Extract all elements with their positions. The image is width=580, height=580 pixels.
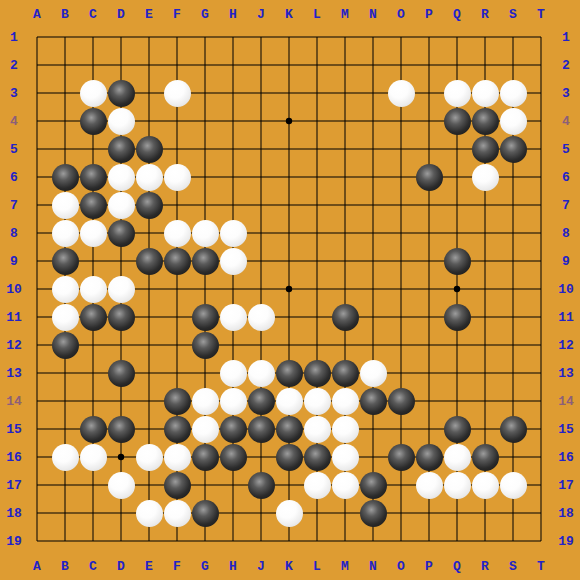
black-stone-F17[interactable] — [164, 472, 191, 499]
black-stone-R16[interactable] — [472, 444, 499, 471]
intersection-D7[interactable] — [107, 191, 135, 219]
intersection-J17[interactable] — [247, 471, 275, 499]
intersection-S10[interactable] — [499, 275, 527, 303]
white-stone-H14[interactable] — [220, 388, 247, 415]
intersection-R10[interactable] — [471, 275, 499, 303]
intersection-F13[interactable] — [163, 359, 191, 387]
intersection-M12[interactable] — [331, 331, 359, 359]
intersection-O19[interactable] — [387, 527, 415, 555]
white-stone-O3[interactable] — [388, 80, 415, 107]
intersection-T11[interactable] — [527, 303, 555, 331]
intersection-D2[interactable] — [107, 51, 135, 79]
intersection-D19[interactable] — [107, 527, 135, 555]
white-stone-N13[interactable] — [360, 360, 387, 387]
intersection-O13[interactable] — [387, 359, 415, 387]
white-stone-G8[interactable] — [192, 220, 219, 247]
intersection-C9[interactable] — [79, 247, 107, 275]
intersection-E12[interactable] — [135, 331, 163, 359]
black-stone-F9[interactable] — [164, 248, 191, 275]
black-stone-M11[interactable] — [332, 304, 359, 331]
black-stone-P6[interactable] — [416, 164, 443, 191]
intersection-L19[interactable] — [303, 527, 331, 555]
intersection-Q1[interactable] — [443, 23, 471, 51]
black-stone-B12[interactable] — [52, 332, 79, 359]
intersection-L18[interactable] — [303, 499, 331, 527]
intersection-S15[interactable] — [499, 415, 527, 443]
intersection-C17[interactable] — [79, 471, 107, 499]
white-stone-J11[interactable] — [248, 304, 275, 331]
intersection-E14[interactable] — [135, 387, 163, 415]
intersection-M10[interactable] — [331, 275, 359, 303]
intersection-A2[interactable] — [23, 51, 51, 79]
intersection-N14[interactable] — [359, 387, 387, 415]
intersection-T15[interactable] — [527, 415, 555, 443]
black-stone-Q4[interactable] — [444, 108, 471, 135]
black-stone-F15[interactable] — [164, 416, 191, 443]
intersection-J4[interactable] — [247, 107, 275, 135]
intersection-R14[interactable] — [471, 387, 499, 415]
intersection-K17[interactable] — [275, 471, 303, 499]
intersection-Q19[interactable] — [443, 527, 471, 555]
intersection-N4[interactable] — [359, 107, 387, 135]
intersection-K19[interactable] — [275, 527, 303, 555]
intersection-D3[interactable] — [107, 79, 135, 107]
intersection-M1[interactable] — [331, 23, 359, 51]
intersection-O12[interactable] — [387, 331, 415, 359]
intersection-F19[interactable] — [163, 527, 191, 555]
intersection-M16[interactable] — [331, 443, 359, 471]
intersection-B9[interactable] — [51, 247, 79, 275]
intersection-E5[interactable] — [135, 135, 163, 163]
black-stone-D15[interactable] — [108, 416, 135, 443]
intersection-L13[interactable] — [303, 359, 331, 387]
intersection-Q17[interactable] — [443, 471, 471, 499]
intersection-D6[interactable] — [107, 163, 135, 191]
intersection-Q8[interactable] — [443, 219, 471, 247]
black-stone-P16[interactable] — [416, 444, 443, 471]
intersection-T9[interactable] — [527, 247, 555, 275]
black-stone-G11[interactable] — [192, 304, 219, 331]
black-stone-L16[interactable] — [304, 444, 331, 471]
white-stone-S17[interactable] — [500, 472, 527, 499]
intersection-B15[interactable] — [51, 415, 79, 443]
white-stone-G14[interactable] — [192, 388, 219, 415]
intersection-P16[interactable] — [415, 443, 443, 471]
intersection-R19[interactable] — [471, 527, 499, 555]
intersection-L7[interactable] — [303, 191, 331, 219]
intersection-B16[interactable] — [51, 443, 79, 471]
intersection-R15[interactable] — [471, 415, 499, 443]
intersection-L16[interactable] — [303, 443, 331, 471]
intersection-S6[interactable] — [499, 163, 527, 191]
intersection-B5[interactable] — [51, 135, 79, 163]
intersection-N19[interactable] — [359, 527, 387, 555]
intersection-N2[interactable] — [359, 51, 387, 79]
intersection-L2[interactable] — [303, 51, 331, 79]
intersection-A16[interactable] — [23, 443, 51, 471]
black-stone-Q9[interactable] — [444, 248, 471, 275]
intersection-H7[interactable] — [219, 191, 247, 219]
intersection-Q7[interactable] — [443, 191, 471, 219]
intersection-T5[interactable] — [527, 135, 555, 163]
black-stone-B6[interactable] — [52, 164, 79, 191]
intersection-S17[interactable] — [499, 471, 527, 499]
intersection-Q5[interactable] — [443, 135, 471, 163]
intersection-K15[interactable] — [275, 415, 303, 443]
intersection-O6[interactable] — [387, 163, 415, 191]
intersection-A10[interactable] — [23, 275, 51, 303]
intersection-Q11[interactable] — [443, 303, 471, 331]
intersection-K12[interactable] — [275, 331, 303, 359]
intersection-A18[interactable] — [23, 499, 51, 527]
intersection-J18[interactable] — [247, 499, 275, 527]
intersection-R17[interactable] — [471, 471, 499, 499]
white-stone-Q16[interactable] — [444, 444, 471, 471]
intersection-Q2[interactable] — [443, 51, 471, 79]
intersection-E16[interactable] — [135, 443, 163, 471]
intersection-B11[interactable] — [51, 303, 79, 331]
intersection-R5[interactable] — [471, 135, 499, 163]
intersection-B8[interactable] — [51, 219, 79, 247]
intersection-J6[interactable] — [247, 163, 275, 191]
intersection-M14[interactable] — [331, 387, 359, 415]
intersection-A6[interactable] — [23, 163, 51, 191]
intersection-C14[interactable] — [79, 387, 107, 415]
intersection-H5[interactable] — [219, 135, 247, 163]
intersection-C2[interactable] — [79, 51, 107, 79]
intersection-E3[interactable] — [135, 79, 163, 107]
intersection-P4[interactable] — [415, 107, 443, 135]
intersection-M7[interactable] — [331, 191, 359, 219]
intersection-O16[interactable] — [387, 443, 415, 471]
intersection-P5[interactable] — [415, 135, 443, 163]
intersection-F7[interactable] — [163, 191, 191, 219]
intersection-G9[interactable] — [191, 247, 219, 275]
intersection-Q13[interactable] — [443, 359, 471, 387]
intersection-F10[interactable] — [163, 275, 191, 303]
white-stone-D10[interactable] — [108, 276, 135, 303]
intersection-K16[interactable] — [275, 443, 303, 471]
intersection-E17[interactable] — [135, 471, 163, 499]
intersection-C5[interactable] — [79, 135, 107, 163]
intersection-J9[interactable] — [247, 247, 275, 275]
black-stone-C7[interactable] — [80, 192, 107, 219]
intersection-N15[interactable] — [359, 415, 387, 443]
intersection-C10[interactable] — [79, 275, 107, 303]
intersection-L6[interactable] — [303, 163, 331, 191]
intersection-O9[interactable] — [387, 247, 415, 275]
intersection-S18[interactable] — [499, 499, 527, 527]
white-stone-B11[interactable] — [52, 304, 79, 331]
intersection-H1[interactable] — [219, 23, 247, 51]
intersection-N9[interactable] — [359, 247, 387, 275]
intersection-S1[interactable] — [499, 23, 527, 51]
black-stone-J17[interactable] — [248, 472, 275, 499]
intersection-N10[interactable] — [359, 275, 387, 303]
black-stone-K13[interactable] — [276, 360, 303, 387]
intersection-Q4[interactable] — [443, 107, 471, 135]
intersection-T2[interactable] — [527, 51, 555, 79]
white-stone-C3[interactable] — [80, 80, 107, 107]
black-stone-E7[interactable] — [136, 192, 163, 219]
black-stone-Q15[interactable] — [444, 416, 471, 443]
white-stone-C10[interactable] — [80, 276, 107, 303]
intersection-F16[interactable] — [163, 443, 191, 471]
intersection-K3[interactable] — [275, 79, 303, 107]
white-stone-P17[interactable] — [416, 472, 443, 499]
intersection-A19[interactable] — [23, 527, 51, 555]
intersection-N16[interactable] — [359, 443, 387, 471]
intersection-L15[interactable] — [303, 415, 331, 443]
intersection-R3[interactable] — [471, 79, 499, 107]
intersection-H19[interactable] — [219, 527, 247, 555]
intersection-O15[interactable] — [387, 415, 415, 443]
intersection-Q12[interactable] — [443, 331, 471, 359]
intersection-H14[interactable] — [219, 387, 247, 415]
intersection-G12[interactable] — [191, 331, 219, 359]
intersection-D1[interactable] — [107, 23, 135, 51]
intersection-B12[interactable] — [51, 331, 79, 359]
intersection-C18[interactable] — [79, 499, 107, 527]
intersection-B10[interactable] — [51, 275, 79, 303]
intersection-R6[interactable] — [471, 163, 499, 191]
white-stone-F6[interactable] — [164, 164, 191, 191]
intersection-O8[interactable] — [387, 219, 415, 247]
white-stone-Q3[interactable] — [444, 80, 471, 107]
intersection-P7[interactable] — [415, 191, 443, 219]
intersection-H13[interactable] — [219, 359, 247, 387]
white-stone-R3[interactable] — [472, 80, 499, 107]
black-stone-D13[interactable] — [108, 360, 135, 387]
intersection-D15[interactable] — [107, 415, 135, 443]
intersection-Q16[interactable] — [443, 443, 471, 471]
intersection-C13[interactable] — [79, 359, 107, 387]
intersection-D5[interactable] — [107, 135, 135, 163]
intersection-S9[interactable] — [499, 247, 527, 275]
intersection-L17[interactable] — [303, 471, 331, 499]
intersection-B18[interactable] — [51, 499, 79, 527]
white-stone-S4[interactable] — [500, 108, 527, 135]
black-stone-D5[interactable] — [108, 136, 135, 163]
white-stone-B7[interactable] — [52, 192, 79, 219]
white-stone-F8[interactable] — [164, 220, 191, 247]
black-stone-K16[interactable] — [276, 444, 303, 471]
intersection-B2[interactable] — [51, 51, 79, 79]
intersection-R13[interactable] — [471, 359, 499, 387]
intersection-F18[interactable] — [163, 499, 191, 527]
intersection-L11[interactable] — [303, 303, 331, 331]
intersection-S11[interactable] — [499, 303, 527, 331]
intersection-O5[interactable] — [387, 135, 415, 163]
white-stone-H9[interactable] — [220, 248, 247, 275]
intersection-H2[interactable] — [219, 51, 247, 79]
intersection-P18[interactable] — [415, 499, 443, 527]
black-stone-G9[interactable] — [192, 248, 219, 275]
intersection-M11[interactable] — [331, 303, 359, 331]
intersection-K5[interactable] — [275, 135, 303, 163]
intersection-E13[interactable] — [135, 359, 163, 387]
intersection-N6[interactable] — [359, 163, 387, 191]
black-stone-L13[interactable] — [304, 360, 331, 387]
intersection-M13[interactable] — [331, 359, 359, 387]
intersection-B1[interactable] — [51, 23, 79, 51]
intersection-F4[interactable] — [163, 107, 191, 135]
intersection-L14[interactable] — [303, 387, 331, 415]
intersection-C19[interactable] — [79, 527, 107, 555]
intersection-S16[interactable] — [499, 443, 527, 471]
intersection-G19[interactable] — [191, 527, 219, 555]
intersection-G2[interactable] — [191, 51, 219, 79]
white-stone-M17[interactable] — [332, 472, 359, 499]
intersection-A1[interactable] — [23, 23, 51, 51]
intersection-D16[interactable] — [107, 443, 135, 471]
intersection-N1[interactable] — [359, 23, 387, 51]
white-stone-F18[interactable] — [164, 500, 191, 527]
intersection-H3[interactable] — [219, 79, 247, 107]
intersection-J10[interactable] — [247, 275, 275, 303]
intersection-G16[interactable] — [191, 443, 219, 471]
black-stone-D8[interactable] — [108, 220, 135, 247]
intersection-M19[interactable] — [331, 527, 359, 555]
black-stone-R4[interactable] — [472, 108, 499, 135]
intersection-D12[interactable] — [107, 331, 135, 359]
intersection-J14[interactable] — [247, 387, 275, 415]
intersection-A15[interactable] — [23, 415, 51, 443]
intersection-G18[interactable] — [191, 499, 219, 527]
intersection-N17[interactable] — [359, 471, 387, 499]
intersection-M17[interactable] — [331, 471, 359, 499]
white-stone-H13[interactable] — [220, 360, 247, 387]
intersection-M8[interactable] — [331, 219, 359, 247]
black-stone-S15[interactable] — [500, 416, 527, 443]
intersection-F3[interactable] — [163, 79, 191, 107]
intersection-O11[interactable] — [387, 303, 415, 331]
intersection-R4[interactable] — [471, 107, 499, 135]
intersection-G13[interactable] — [191, 359, 219, 387]
black-stone-G18[interactable] — [192, 500, 219, 527]
white-stone-M16[interactable] — [332, 444, 359, 471]
intersection-B17[interactable] — [51, 471, 79, 499]
intersection-P9[interactable] — [415, 247, 443, 275]
intersection-J12[interactable] — [247, 331, 275, 359]
white-stone-R17[interactable] — [472, 472, 499, 499]
intersection-B3[interactable] — [51, 79, 79, 107]
intersection-J5[interactable] — [247, 135, 275, 163]
black-stone-N17[interactable] — [360, 472, 387, 499]
intersection-N13[interactable] — [359, 359, 387, 387]
white-stone-B16[interactable] — [52, 444, 79, 471]
intersection-A13[interactable] — [23, 359, 51, 387]
intersection-D11[interactable] — [107, 303, 135, 331]
intersection-M3[interactable] — [331, 79, 359, 107]
intersection-F11[interactable] — [163, 303, 191, 331]
intersection-S14[interactable] — [499, 387, 527, 415]
intersection-C16[interactable] — [79, 443, 107, 471]
intersection-F14[interactable] — [163, 387, 191, 415]
white-stone-R6[interactable] — [472, 164, 499, 191]
intersection-K1[interactable] — [275, 23, 303, 51]
intersection-P15[interactable] — [415, 415, 443, 443]
black-stone-C4[interactable] — [80, 108, 107, 135]
intersection-G4[interactable] — [191, 107, 219, 135]
intersection-G3[interactable] — [191, 79, 219, 107]
intersection-A9[interactable] — [23, 247, 51, 275]
intersection-T17[interactable] — [527, 471, 555, 499]
intersection-A5[interactable] — [23, 135, 51, 163]
intersection-G6[interactable] — [191, 163, 219, 191]
intersection-D17[interactable] — [107, 471, 135, 499]
black-stone-C11[interactable] — [80, 304, 107, 331]
white-stone-D4[interactable] — [108, 108, 135, 135]
intersection-O14[interactable] — [387, 387, 415, 415]
intersection-G5[interactable] — [191, 135, 219, 163]
intersection-M18[interactable] — [331, 499, 359, 527]
intersection-O10[interactable] — [387, 275, 415, 303]
intersection-C15[interactable] — [79, 415, 107, 443]
white-stone-F16[interactable] — [164, 444, 191, 471]
intersection-Q10[interactable] — [443, 275, 471, 303]
intersection-P1[interactable] — [415, 23, 443, 51]
intersection-N12[interactable] — [359, 331, 387, 359]
intersection-P12[interactable] — [415, 331, 443, 359]
black-stone-M13[interactable] — [332, 360, 359, 387]
intersection-T14[interactable] — [527, 387, 555, 415]
intersection-B7[interactable] — [51, 191, 79, 219]
white-stone-E16[interactable] — [136, 444, 163, 471]
white-stone-J13[interactable] — [248, 360, 275, 387]
black-stone-H16[interactable] — [220, 444, 247, 471]
intersection-H8[interactable] — [219, 219, 247, 247]
intersection-N8[interactable] — [359, 219, 387, 247]
intersection-E4[interactable] — [135, 107, 163, 135]
intersection-F17[interactable] — [163, 471, 191, 499]
black-stone-D3[interactable] — [108, 80, 135, 107]
intersection-J1[interactable] — [247, 23, 275, 51]
intersection-M5[interactable] — [331, 135, 359, 163]
intersection-H4[interactable] — [219, 107, 247, 135]
intersection-T12[interactable] — [527, 331, 555, 359]
intersection-C8[interactable] — [79, 219, 107, 247]
black-stone-R5[interactable] — [472, 136, 499, 163]
intersection-S13[interactable] — [499, 359, 527, 387]
white-stone-M14[interactable] — [332, 388, 359, 415]
intersection-Q6[interactable] — [443, 163, 471, 191]
intersection-F6[interactable] — [163, 163, 191, 191]
white-stone-E18[interactable] — [136, 500, 163, 527]
white-stone-H11[interactable] — [220, 304, 247, 331]
intersection-F15[interactable] — [163, 415, 191, 443]
intersection-B13[interactable] — [51, 359, 79, 387]
black-stone-S5[interactable] — [500, 136, 527, 163]
intersection-H9[interactable] — [219, 247, 247, 275]
intersection-C11[interactable] — [79, 303, 107, 331]
intersection-A14[interactable] — [23, 387, 51, 415]
white-stone-L15[interactable] — [304, 416, 331, 443]
intersection-D8[interactable] — [107, 219, 135, 247]
intersection-P13[interactable] — [415, 359, 443, 387]
black-stone-E9[interactable] — [136, 248, 163, 275]
black-stone-K15[interactable] — [276, 416, 303, 443]
intersection-C6[interactable] — [79, 163, 107, 191]
intersection-E1[interactable] — [135, 23, 163, 51]
intersection-S7[interactable] — [499, 191, 527, 219]
intersection-C7[interactable] — [79, 191, 107, 219]
intersection-R8[interactable] — [471, 219, 499, 247]
intersection-R7[interactable] — [471, 191, 499, 219]
intersection-E19[interactable] — [135, 527, 163, 555]
intersection-E15[interactable] — [135, 415, 163, 443]
black-stone-C15[interactable] — [80, 416, 107, 443]
